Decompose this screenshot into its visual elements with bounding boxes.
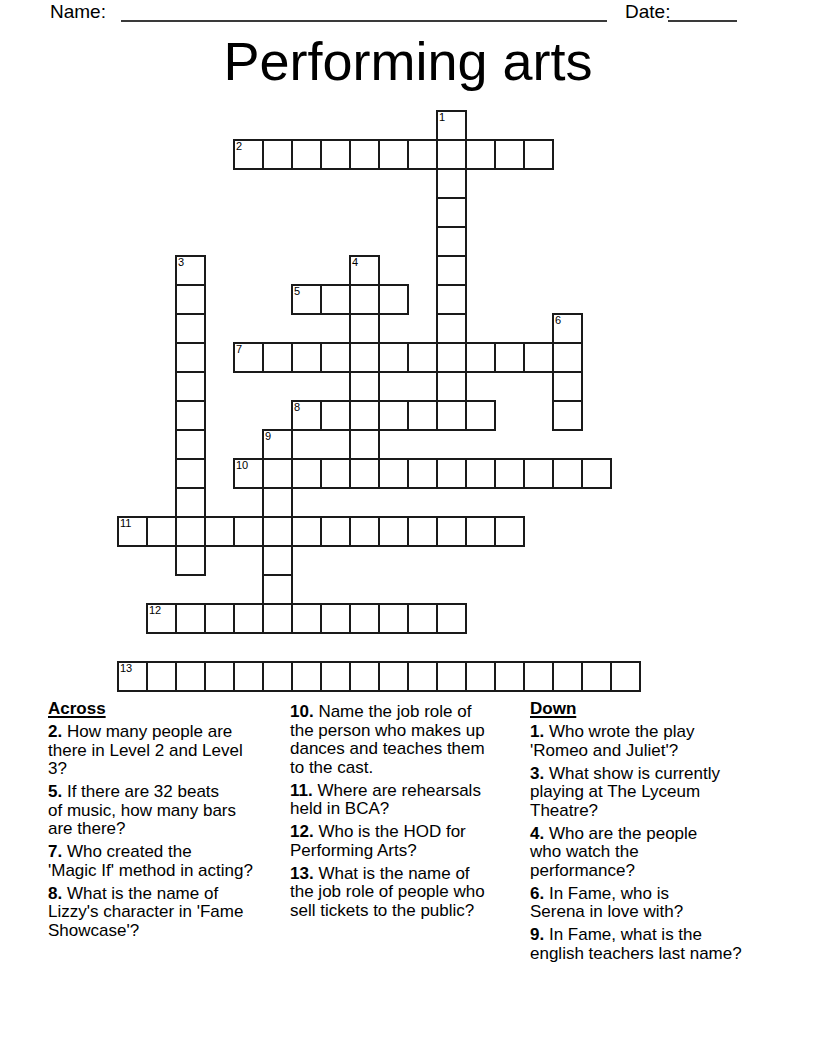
clue-number: 6. [530,884,544,903]
grid-cell[interactable] [494,458,525,489]
grid-cell[interactable] [320,458,351,489]
clue-number-label: 11 [120,518,131,529]
grid-cell[interactable] [552,371,583,402]
grid-cell[interactable] [407,342,438,373]
grid-cell[interactable] [175,603,206,634]
clue-text: Who wrote the play 'Romeo and Juliet'? [530,722,694,760]
grid-cell[interactable] [291,516,322,547]
grid-cell[interactable] [175,429,206,460]
clue-number: 7. [48,842,62,861]
grid-cell[interactable] [552,458,583,489]
across-clue-10: 10. Name the job role of the person who … [290,703,530,777]
across-clue-5: 5. If there are 32 beats of music, how m… [48,783,293,839]
grid-cell[interactable] [175,371,206,402]
grid-cell[interactable] [465,661,496,692]
clue-text: Who are the people who watch the perform… [530,824,697,880]
grid-cell[interactable] [146,516,177,547]
down-clue-list: 1. Who wrote the play 'Romeo and Juliet'… [530,723,788,963]
grid-cell[interactable] [436,168,467,199]
down-clue-9: 9. In Fame, what is the english teachers… [530,926,788,963]
grid-cell[interactable] [291,342,322,373]
across-clue-11: 11. Where are rehearsals held in BCA? [290,782,530,819]
grid-cell[interactable] [523,342,554,373]
grid-cell[interactable] [320,139,351,170]
grid-cell[interactable] [494,661,525,692]
down-clue-1: 1. Who wrote the play 'Romeo and Juliet'… [530,723,788,760]
grid-cell[interactable] [436,342,467,373]
clue-number: 5. [48,782,62,801]
grid-cell[interactable] [349,139,380,170]
grid-cell[interactable] [407,139,438,170]
grid-cell[interactable] [262,487,293,518]
date-blank-line[interactable] [668,1,737,22]
name-blank-line[interactable] [121,1,607,22]
grid-cell[interactable] [320,284,351,315]
across-clue-list-part2: 10. Name the job role of the person who … [290,703,530,920]
grid-cell[interactable] [262,342,293,373]
clue-number: 12. [290,822,314,841]
grid-cell[interactable] [436,197,467,228]
grid-cell[interactable] [291,661,322,692]
clue-number-label: 3 [178,257,184,268]
clue-number: 11. [290,781,313,800]
grid-cell[interactable] [436,458,467,489]
grid-cell[interactable] [581,661,612,692]
grid-cell[interactable] [262,139,293,170]
clue-text: Who created the 'Magic If' method in act… [48,842,253,880]
down-clues-column: Down 1. Who wrote the play 'Romeo and Ju… [530,700,788,968]
grid-cell[interactable] [320,661,351,692]
grid-cell[interactable] [436,661,467,692]
clue-text: What is the name of Lizzy's character in… [48,884,243,940]
grid-cell[interactable] [262,458,293,489]
grid-cell[interactable] [407,400,438,431]
clue-text: In Fame, who is Serena in love with? [530,884,683,922]
down-header: Down [530,700,788,719]
grid-cell[interactable] [233,661,264,692]
across-clue-list-part1: 2. How many people are there in Level 2 … [48,723,293,940]
grid-cell[interactable] [378,400,409,431]
grid-cell[interactable] [494,516,525,547]
grid-cell[interactable] [610,661,641,692]
clue-number: 8. [48,884,62,903]
name-label: Name: [50,2,106,22]
grid-cell[interactable] [175,487,206,518]
clue-number: 1. [530,722,544,741]
grid-cell[interactable] [349,603,380,634]
grid-cell[interactable] [378,661,409,692]
grid-cell[interactable] [552,342,583,373]
across-header: Across [48,700,293,719]
grid-cell[interactable] [233,516,264,547]
clue-number: 2. [48,722,62,741]
clue-number: 3. [530,764,544,783]
worksheet-page: Name: Date: Performing arts 123456789101… [0,0,816,1056]
grid-cell[interactable] [204,603,235,634]
across-clues-column: Across 2. How many people are there in L… [48,700,293,945]
grid-cell[interactable] [175,516,206,547]
clue-number-label: 13 [120,663,132,674]
clue-text: Name the job role of the person who make… [290,702,485,777]
grid-cell[interactable] [436,400,467,431]
clue-text: How many people are there in Level 2 and… [48,722,243,778]
grid-cell[interactable] [175,661,206,692]
clue-number-label: 7 [236,344,242,355]
grid-cell[interactable] [233,603,264,634]
grid-cell[interactable] [407,661,438,692]
across-clue-8: 8. What is the name of Lizzy's character… [48,885,293,941]
clue-number-label: 12 [149,605,161,616]
grid-cell[interactable] [378,603,409,634]
grid-cell[interactable] [320,400,351,431]
grid-cell[interactable] [204,516,235,547]
grid-cell[interactable] [262,545,293,576]
grid-cell[interactable] [552,661,583,692]
grid-cell[interactable] [436,139,467,170]
grid-cell[interactable] [349,429,380,460]
grid-cell[interactable] [320,603,351,634]
grid-cell[interactable] [378,516,409,547]
grid-cell[interactable] [175,458,206,489]
grid-cell[interactable] [494,342,525,373]
grid-cell[interactable] [262,516,293,547]
grid-cell[interactable] [349,516,380,547]
grid-cell[interactable] [378,458,409,489]
clue-number-label: 6 [555,315,561,326]
down-clue-6: 6. In Fame, who is Serena in love with? [530,885,788,922]
grid-cell[interactable] [465,139,496,170]
crossword-grid: 12345678910111213 [117,110,641,692]
grid-cell[interactable] [204,661,235,692]
grid-cell[interactable] [291,458,322,489]
across-clues-column-continued: 10. Name the job role of the person who … [290,703,530,925]
grid-cell[interactable] [407,603,438,634]
grid-cell[interactable] [552,400,583,431]
down-clue-3: 3. What show is currently playing at The… [530,765,788,821]
grid-cell[interactable] [523,661,554,692]
grid-cell[interactable] [349,284,380,315]
grid-cell[interactable] [436,313,467,344]
across-clue-7: 7. Who created the 'Magic If' method in … [48,843,293,880]
grid-cell[interactable] [378,139,409,170]
grid-cell[interactable] [175,400,206,431]
grid-cell[interactable] [349,342,380,373]
clue-number: 13. [290,864,314,883]
grid-cell[interactable] [436,516,467,547]
clue-number-label: 5 [294,286,300,297]
grid-cell[interactable] [407,516,438,547]
grid-cell[interactable] [320,342,351,373]
down-clue-4: 4. Who are the people who watch the perf… [530,825,788,881]
clue-number-label: 9 [265,431,271,442]
clue-text: What show is currently playing at The Ly… [530,764,720,820]
grid-cell[interactable] [349,661,380,692]
page-title: Performing arts [0,34,816,88]
grid-cell[interactable] [436,371,467,402]
grid-cell[interactable] [465,516,496,547]
grid-cell[interactable] [262,661,293,692]
grid-cell[interactable] [175,313,206,344]
grid-cell[interactable] [175,284,206,315]
grid-cell[interactable] [349,400,380,431]
clue-text: What is the name of the job role of peop… [290,864,485,920]
grid-cell[interactable] [523,139,554,170]
grid-cell[interactable] [291,139,322,170]
clue-number-label: 1 [439,112,445,123]
grid-cell[interactable] [436,603,467,634]
grid-cell[interactable] [465,400,496,431]
grid-cell[interactable] [349,371,380,402]
grid-cell[interactable] [262,603,293,634]
grid-cell[interactable] [320,516,351,547]
grid-cell[interactable] [349,313,380,344]
across-clue-2: 2. How many people are there in Level 2 … [48,723,293,779]
grid-cell[interactable] [378,284,409,315]
grid-cell[interactable] [262,574,293,605]
clue-text: Where are rehearsals held in BCA? [290,781,481,819]
grid-cell[interactable] [378,342,409,373]
grid-cell[interactable] [436,284,467,315]
grid-cell[interactable] [581,458,612,489]
clue-text: If there are 32 beats of music, how many… [48,782,236,838]
grid-cell[interactable] [436,255,467,286]
grid-cell[interactable] [465,458,496,489]
clue-number-label: 4 [352,257,358,268]
clue-text: In Fame, what is the english teachers la… [530,925,742,963]
clue-number: 4. [530,824,544,843]
grid-cell[interactable] [349,458,380,489]
date-label: Date: [625,2,670,22]
grid-cell[interactable] [523,458,554,489]
grid-cell[interactable] [291,603,322,634]
grid-cell[interactable] [465,342,496,373]
across-clue-13: 13. What is the name of the job role of … [290,865,530,921]
clue-number-label: 8 [294,402,300,413]
clue-number: 9. [530,925,544,944]
clue-text: Who is the HOD for Performing Arts? [290,822,466,860]
grid-cell[interactable] [436,226,467,257]
grid-cell[interactable] [146,661,177,692]
grid-cell[interactable] [494,139,525,170]
clue-number: 10. [290,702,314,721]
grid-cell[interactable] [407,458,438,489]
grid-cell[interactable] [175,342,206,373]
grid-cell[interactable] [175,545,206,576]
clue-number-label: 2 [236,141,242,152]
across-clue-12: 12. Who is the HOD for Performing Arts? [290,823,530,860]
clue-number-label: 10 [236,460,248,471]
